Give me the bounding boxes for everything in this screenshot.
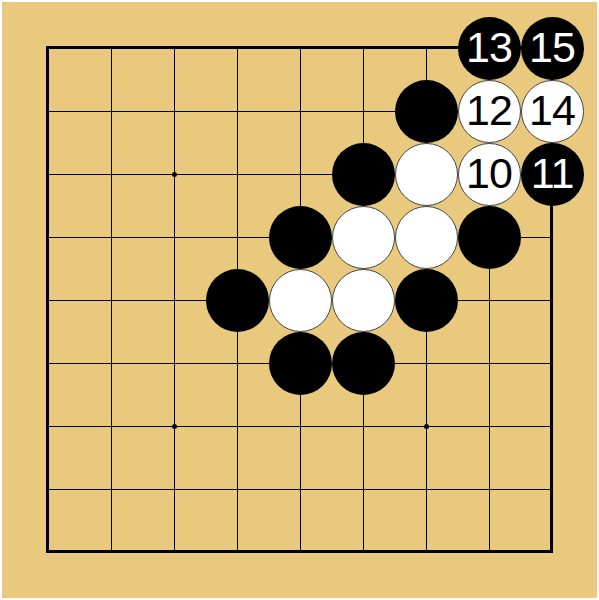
intersection-b9[interactable] [80, 17, 143, 80]
stone-black-g8[interactable] [395, 80, 458, 143]
intersection-c7[interactable] [143, 143, 206, 206]
intersection-b1[interactable] [80, 521, 143, 584]
intersection-e1[interactable] [269, 521, 332, 584]
move-number: 13 [466, 26, 512, 69]
intersection-b4[interactable] [80, 332, 143, 395]
stone-black-j9[interactable]: 15 [521, 17, 584, 80]
intersection-g8[interactable] [395, 80, 458, 143]
intersection-j8[interactable]: 14 [521, 80, 584, 143]
move-number: 12 [466, 89, 512, 132]
stone-black-e4[interactable] [269, 332, 332, 395]
intersection-j1[interactable] [521, 521, 584, 584]
intersection-f2[interactable] [332, 458, 395, 521]
intersection-e2[interactable] [269, 458, 332, 521]
move-number: 10 [466, 152, 512, 195]
intersection-e9[interactable] [269, 17, 332, 80]
intersection-c6[interactable] [143, 206, 206, 269]
intersection-h3[interactable] [458, 395, 521, 458]
stone-black-f4[interactable] [332, 332, 395, 395]
intersection-a4[interactable] [17, 332, 80, 395]
intersection-f3[interactable] [332, 395, 395, 458]
intersection-e4[interactable] [269, 332, 332, 395]
intersection-d4[interactable] [206, 332, 269, 395]
intersection-h9[interactable]: 13 [458, 17, 521, 80]
intersection-f5[interactable] [332, 269, 395, 332]
stone-black-d5[interactable] [206, 269, 269, 332]
stone-black-e6[interactable] [269, 206, 332, 269]
stone-white-e5[interactable] [269, 269, 332, 332]
intersection-b2[interactable] [80, 458, 143, 521]
intersection-e7[interactable] [269, 143, 332, 206]
move-number: 15 [529, 26, 575, 69]
intersection-b7[interactable] [80, 143, 143, 206]
intersection-g2[interactable] [395, 458, 458, 521]
intersection-c9[interactable] [143, 17, 206, 80]
intersection-g7[interactable] [395, 143, 458, 206]
intersection-j6[interactable] [521, 206, 584, 269]
intersection-h5[interactable] [458, 269, 521, 332]
intersection-d6[interactable] [206, 206, 269, 269]
intersection-j5[interactable] [521, 269, 584, 332]
intersection-d5[interactable] [206, 269, 269, 332]
stone-black-h6[interactable] [458, 206, 521, 269]
intersection-d2[interactable] [206, 458, 269, 521]
intersection-a7[interactable] [17, 143, 80, 206]
intersection-a3[interactable] [17, 395, 80, 458]
intersection-b3[interactable] [80, 395, 143, 458]
intersection-d7[interactable] [206, 143, 269, 206]
intersection-a8[interactable] [17, 80, 80, 143]
go-board-diagram: 131512141011 [0, 0, 599, 600]
intersection-h4[interactable] [458, 332, 521, 395]
stone-white-g7[interactable] [395, 143, 458, 206]
intersection-b6[interactable] [80, 206, 143, 269]
intersection-h7[interactable]: 10 [458, 143, 521, 206]
stone-white-h7[interactable]: 10 [458, 143, 521, 206]
stone-white-f6[interactable] [332, 206, 395, 269]
intersection-c3[interactable] [143, 395, 206, 458]
intersection-f8[interactable] [332, 80, 395, 143]
intersection-b5[interactable] [80, 269, 143, 332]
intersection-j2[interactable] [521, 458, 584, 521]
intersection-h8[interactable]: 12 [458, 80, 521, 143]
intersection-g9[interactable] [395, 17, 458, 80]
go-board[interactable]: 131512141011 [17, 17, 584, 584]
intersection-c2[interactable] [143, 458, 206, 521]
intersection-c4[interactable] [143, 332, 206, 395]
intersection-a2[interactable] [17, 458, 80, 521]
intersection-f1[interactable] [332, 521, 395, 584]
intersection-j9[interactable]: 15 [521, 17, 584, 80]
intersection-h6[interactable] [458, 206, 521, 269]
intersection-g1[interactable] [395, 521, 458, 584]
intersection-e3[interactable] [269, 395, 332, 458]
move-number: 14 [529, 89, 575, 132]
intersection-d3[interactable] [206, 395, 269, 458]
intersection-h2[interactable] [458, 458, 521, 521]
move-number: 11 [531, 152, 574, 195]
intersection-c5[interactable] [143, 269, 206, 332]
intersection-e8[interactable] [269, 80, 332, 143]
intersection-a5[interactable] [17, 269, 80, 332]
intersection-j3[interactable] [521, 395, 584, 458]
intersection-b8[interactable] [80, 80, 143, 143]
intersection-f4[interactable] [332, 332, 395, 395]
intersection-g3[interactable] [395, 395, 458, 458]
stone-white-f5[interactable] [332, 269, 395, 332]
intersection-d1[interactable] [206, 521, 269, 584]
intersection-e5[interactable] [269, 269, 332, 332]
intersection-h1[interactable] [458, 521, 521, 584]
stone-white-h8[interactable]: 12 [458, 80, 521, 143]
intersection-g4[interactable] [395, 332, 458, 395]
intersection-g5[interactable] [395, 269, 458, 332]
intersection-f6[interactable] [332, 206, 395, 269]
intersection-e6[interactable] [269, 206, 332, 269]
stone-white-j8[interactable]: 14 [521, 80, 584, 143]
intersection-f7[interactable] [332, 143, 395, 206]
intersection-c8[interactable] [143, 80, 206, 143]
intersection-c1[interactable] [143, 521, 206, 584]
intersection-d9[interactable] [206, 17, 269, 80]
stone-white-g6[interactable] [395, 206, 458, 269]
intersection-g6[interactable] [395, 206, 458, 269]
intersection-a6[interactable] [17, 206, 80, 269]
stone-black-h9[interactable]: 13 [458, 17, 521, 80]
intersection-a1[interactable] [17, 521, 80, 584]
stone-black-j7[interactable]: 11 [521, 143, 584, 206]
intersection-f9[interactable] [332, 17, 395, 80]
intersection-d8[interactable] [206, 80, 269, 143]
stone-black-g5[interactable] [395, 269, 458, 332]
stone-black-f7[interactable] [332, 143, 395, 206]
intersection-j4[interactable] [521, 332, 584, 395]
intersection-j7[interactable]: 11 [521, 143, 584, 206]
intersection-a9[interactable] [17, 17, 80, 80]
